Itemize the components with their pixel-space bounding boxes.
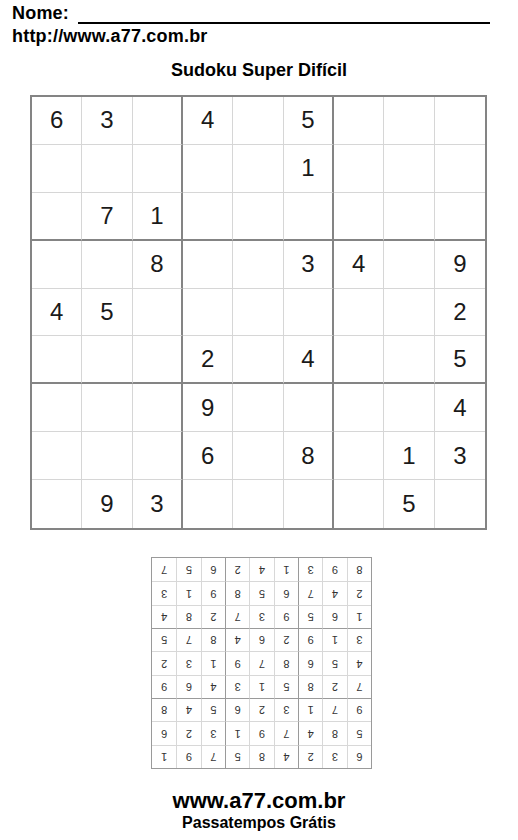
solution-cell-r8c2: 4 — [322, 581, 346, 604]
solution-cell-r7c8: 8 — [176, 605, 200, 628]
solution-cell-r4c3: 8 — [298, 675, 322, 698]
cell-r6c6: 4 — [284, 336, 334, 384]
footer-site-text: www.a77.com.br — [0, 788, 518, 814]
solution-cell-r5c6: 9 — [225, 651, 249, 674]
solution-cell-r7c3: 5 — [298, 605, 322, 628]
cell-r5c4 — [183, 289, 233, 337]
cell-r3c9 — [435, 193, 485, 241]
cell-r2c2 — [82, 145, 132, 193]
solution-cell-r9c3: 3 — [298, 558, 322, 581]
cell-r4c3: 8 — [133, 241, 183, 289]
footer-tagline: Passatempos Grátis — [0, 814, 518, 832]
cell-r6c3 — [133, 336, 183, 384]
solution-cell-r9c4: 1 — [274, 558, 298, 581]
cell-r3c5 — [233, 193, 283, 241]
cell-r8c1 — [32, 432, 82, 480]
solution-cell-r5c8: 3 — [176, 651, 200, 674]
cell-r3c3: 1 — [133, 193, 183, 241]
solution-cell-r6c2: 1 — [322, 628, 346, 651]
cell-r2c8 — [384, 145, 434, 193]
cell-r3c7 — [334, 193, 384, 241]
solution-cell-r1c9: 1 — [152, 745, 176, 768]
solution-cell-r7c4: 9 — [274, 605, 298, 628]
cell-r2c6: 1 — [284, 145, 334, 193]
cell-r7c6 — [284, 384, 334, 432]
solution-cell-r4c5: 1 — [249, 675, 273, 698]
cell-r5c8 — [384, 289, 434, 337]
solution-cell-r6c9: 5 — [152, 628, 176, 651]
solution-cell-r9c8: 5 — [176, 558, 200, 581]
solution-cell-r7c2: 6 — [322, 605, 346, 628]
solution-cell-r5c9: 2 — [152, 651, 176, 674]
cell-r6c4: 2 — [183, 336, 233, 384]
sudoku-grid: 63451718349452245946813935 — [30, 95, 487, 530]
cell-r8c9: 3 — [435, 432, 485, 480]
solution-cell-r5c5: 7 — [249, 651, 273, 674]
solution-cell-r9c5: 4 — [249, 558, 273, 581]
solution-cell-r1c7: 7 — [201, 745, 225, 768]
solution-cell-r6c7: 8 — [201, 628, 225, 651]
cell-r9c2: 9 — [82, 480, 132, 528]
solution-cell-r8c9: 3 — [152, 581, 176, 604]
cell-r6c5 — [233, 336, 283, 384]
cell-r6c7 — [334, 336, 384, 384]
cell-r6c9: 5 — [435, 336, 485, 384]
cell-r7c8 — [384, 384, 434, 432]
solution-cell-r2c3: 4 — [298, 721, 322, 744]
solution-cell-r4c4: 5 — [274, 675, 298, 698]
solution-cell-r3c8: 4 — [176, 698, 200, 721]
solution-cell-r3c6: 6 — [225, 698, 249, 721]
cell-r8c8: 1 — [384, 432, 434, 480]
cell-r7c4: 9 — [183, 384, 233, 432]
solution-cell-r3c5: 2 — [249, 698, 273, 721]
name-write-in-line — [78, 5, 490, 24]
solution-cell-r2c1: 5 — [347, 721, 371, 744]
cell-r7c7 — [334, 384, 384, 432]
cell-r2c1 — [32, 145, 82, 193]
solution-cell-r9c1: 8 — [347, 558, 371, 581]
solution-cell-r7c9: 4 — [152, 605, 176, 628]
solution-cell-r5c2: 5 — [322, 651, 346, 674]
cell-r5c6 — [284, 289, 334, 337]
cell-r1c5 — [233, 97, 283, 145]
solution-cell-r4c7: 4 — [201, 675, 225, 698]
solution-cell-r7c5: 3 — [249, 605, 273, 628]
solution-cell-r8c7: 9 — [201, 581, 225, 604]
solution-cell-r3c4: 3 — [274, 698, 298, 721]
solution-cell-r3c1: 9 — [347, 698, 371, 721]
cell-r5c9: 2 — [435, 289, 485, 337]
solution-cell-r9c9: 7 — [152, 558, 176, 581]
cell-r5c1: 4 — [32, 289, 82, 337]
cell-r5c3 — [133, 289, 183, 337]
cell-r5c7 — [334, 289, 384, 337]
cell-r1c4: 4 — [183, 97, 233, 145]
cell-r4c2 — [82, 241, 132, 289]
solution-cell-r7c6: 7 — [225, 605, 249, 628]
solution-cell-r8c5: 5 — [249, 581, 273, 604]
solution-cell-r2c2: 8 — [322, 721, 346, 744]
solution-cell-r4c8: 6 — [176, 675, 200, 698]
name-label: Nome: — [12, 3, 69, 24]
solution-cell-r1c5: 8 — [249, 745, 273, 768]
solution-cell-r7c7: 2 — [201, 605, 225, 628]
solution-cell-r9c2: 9 — [322, 558, 346, 581]
solution-cell-r6c4: 2 — [274, 628, 298, 651]
cell-r8c3 — [133, 432, 183, 480]
solution-cell-r6c8: 7 — [176, 628, 200, 651]
solution-cell-r1c2: 3 — [322, 745, 346, 768]
cell-r1c7 — [334, 97, 384, 145]
solution-cell-r9c6: 2 — [225, 558, 249, 581]
cell-r9c8: 5 — [384, 480, 434, 528]
cell-r2c9 — [435, 145, 485, 193]
cell-r9c9 — [435, 480, 485, 528]
cell-r3c6 — [284, 193, 334, 241]
solution-cell-r1c6: 5 — [225, 745, 249, 768]
cell-r1c2: 3 — [82, 97, 132, 145]
cell-r9c3: 3 — [133, 480, 183, 528]
solution-cell-r5c7: 1 — [201, 651, 225, 674]
cell-r9c4 — [183, 480, 233, 528]
cell-r8c5 — [233, 432, 283, 480]
cell-r4c8 — [384, 241, 434, 289]
cell-r1c6: 5 — [284, 97, 334, 145]
site-url-text: http://www.a77.com.br — [12, 26, 208, 47]
cell-r5c5 — [233, 289, 283, 337]
solution-cell-r4c1: 7 — [347, 675, 371, 698]
solution-cell-r3c3: 1 — [298, 698, 322, 721]
cell-r4c9: 9 — [435, 241, 485, 289]
solution-cell-r8c4: 6 — [274, 581, 298, 604]
cell-r4c7: 4 — [334, 241, 384, 289]
cell-r3c8 — [384, 193, 434, 241]
solution-cell-r2c6: 1 — [225, 721, 249, 744]
cell-r8c7 — [334, 432, 384, 480]
solution-cell-r3c2: 7 — [322, 698, 346, 721]
cell-r9c7 — [334, 480, 384, 528]
cell-r2c7 — [334, 145, 384, 193]
solution-cell-r2c9: 6 — [152, 721, 176, 744]
cell-r6c2 — [82, 336, 132, 384]
solution-cell-r1c8: 9 — [176, 745, 200, 768]
cell-r3c1 — [32, 193, 82, 241]
cell-r4c6: 3 — [284, 241, 334, 289]
cell-r7c5 — [233, 384, 283, 432]
cell-r4c1 — [32, 241, 82, 289]
solution-cell-r8c6: 8 — [225, 581, 249, 604]
solution-cell-r8c8: 1 — [176, 581, 200, 604]
cell-r9c1 — [32, 480, 82, 528]
solution-cell-r6c5: 6 — [249, 628, 273, 651]
page-title: Sudoku Super Difícil — [0, 60, 518, 81]
solution-cell-r5c4: 8 — [274, 651, 298, 674]
solution-cell-r1c3: 2 — [298, 745, 322, 768]
cell-r8c2 — [82, 432, 132, 480]
solution-cell-r4c2: 2 — [322, 675, 346, 698]
cell-r5c2: 5 — [82, 289, 132, 337]
cell-r8c6: 8 — [284, 432, 334, 480]
solution-grid-rotated: 6324857915847913269713265487285134694568… — [151, 557, 372, 769]
cell-r7c3 — [133, 384, 183, 432]
solution-cell-r3c7: 5 — [201, 698, 225, 721]
cell-r9c5 — [233, 480, 283, 528]
solution-cell-r9c7: 6 — [201, 558, 225, 581]
cell-r3c2: 7 — [82, 193, 132, 241]
cell-r6c1 — [32, 336, 82, 384]
cell-r9c6 — [284, 480, 334, 528]
solution-cell-r4c9: 9 — [152, 675, 176, 698]
cell-r1c1: 6 — [32, 97, 82, 145]
cell-r4c5 — [233, 241, 283, 289]
solution-cell-r6c1: 3 — [347, 628, 371, 651]
solution-cell-r1c1: 6 — [347, 745, 371, 768]
cell-r4c4 — [183, 241, 233, 289]
solution-cell-r2c4: 7 — [274, 721, 298, 744]
cell-r8c4: 6 — [183, 432, 233, 480]
solution-cell-r7c1: 1 — [347, 605, 371, 628]
solution-cell-r2c8: 2 — [176, 721, 200, 744]
cell-r7c1 — [32, 384, 82, 432]
cell-r1c8 — [384, 97, 434, 145]
cell-r3c4 — [183, 193, 233, 241]
solution-cell-r8c3: 7 — [298, 581, 322, 604]
cell-r2c5 — [233, 145, 283, 193]
solution-cell-r6c6: 4 — [225, 628, 249, 651]
solution-cell-r2c5: 9 — [249, 721, 273, 744]
cell-r2c3 — [133, 145, 183, 193]
cell-r1c9 — [435, 97, 485, 145]
solution-cell-r3c9: 8 — [152, 698, 176, 721]
solution-cell-r2c7: 3 — [201, 721, 225, 744]
solution-cell-r8c1: 2 — [347, 581, 371, 604]
sudoku-print-page: Nome: http://www.a77.com.br Sudoku Super… — [0, 0, 518, 840]
cell-r7c2 — [82, 384, 132, 432]
cell-r2c4 — [183, 145, 233, 193]
cell-r1c3 — [133, 97, 183, 145]
cell-r7c9: 4 — [435, 384, 485, 432]
solution-cell-r5c3: 6 — [298, 651, 322, 674]
solution-cell-r1c4: 4 — [274, 745, 298, 768]
solution-cell-r4c6: 3 — [225, 675, 249, 698]
solution-cell-r6c3: 9 — [298, 628, 322, 651]
solution-cell-r5c1: 4 — [347, 651, 371, 674]
cell-r6c8 — [384, 336, 434, 384]
